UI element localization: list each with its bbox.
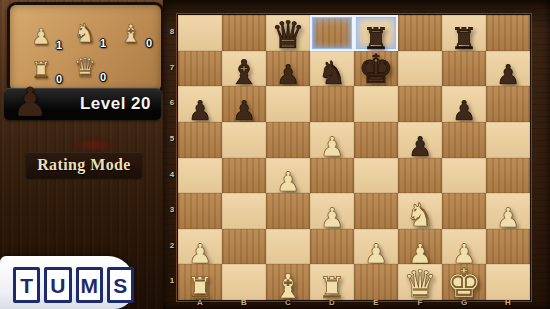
white-bishop-icon: ♝ — [120, 23, 142, 46]
square-h1[interactable] — [486, 264, 530, 300]
square-d1[interactable]: ♜ — [310, 264, 354, 300]
chess-board-frame: ♛♜♜♝♟♞♚♟♟♟♟♟♟♟♟♞♟♟♟♟♟♜♝♜♛♚ 87654321ABCDE… — [163, 0, 550, 309]
piece-white-king[interactable]: ♚ — [446, 265, 482, 302]
square-e2[interactable]: ♟ — [354, 229, 398, 265]
captured-queen-count: 0 — [100, 71, 106, 83]
square-e5[interactable] — [354, 122, 398, 158]
logo-letter-m: M — [76, 267, 103, 303]
piece-white-rook[interactable]: ♜ — [187, 274, 214, 302]
level-label: Level 20 — [80, 94, 151, 114]
piece-black-pawn[interactable]: ♟ — [496, 63, 520, 88]
square-b5[interactable] — [222, 122, 266, 158]
rank-label-2: 2 — [168, 241, 176, 250]
square-f2[interactable]: ♟ — [398, 229, 442, 265]
square-h6[interactable] — [486, 86, 530, 122]
logo-letter-s: S — [107, 267, 134, 303]
chess-app-window: ♟ 1 ♞ 1 ♝ 0 ♜ 0 ♛ 0 ♟ Level 20 — [0, 0, 550, 309]
square-b1[interactable] — [222, 264, 266, 300]
square-e6[interactable] — [354, 86, 398, 122]
square-d2[interactable] — [310, 229, 354, 265]
square-d5[interactable]: ♟ — [310, 122, 354, 158]
square-h7[interactable]: ♟ — [486, 51, 530, 87]
piece-black-pawn[interactable]: ♟ — [188, 99, 212, 124]
square-b2[interactable] — [222, 229, 266, 265]
piece-black-pawn[interactable]: ♟ — [232, 99, 256, 124]
square-f3[interactable]: ♞ — [398, 193, 442, 229]
square-e3[interactable] — [354, 193, 398, 229]
rank-label-5: 5 — [168, 134, 176, 143]
piece-white-bishop[interactable]: ♝ — [273, 271, 303, 302]
square-a4[interactable] — [178, 158, 222, 194]
square-c7[interactable]: ♟ — [266, 51, 310, 87]
piece-white-queen[interactable]: ♛ — [403, 267, 437, 302]
square-g6[interactable]: ♟ — [442, 86, 486, 122]
captured-bishop-item: ♝ 0 — [114, 11, 148, 45]
square-e7[interactable]: ♚ — [354, 51, 398, 87]
piece-white-pawn[interactable]: ♟ — [320, 206, 344, 231]
square-b8[interactable] — [222, 15, 266, 51]
piece-black-king[interactable]: ♚ — [358, 51, 394, 88]
square-c1[interactable]: ♝ — [266, 264, 310, 300]
square-a2[interactable]: ♟ — [178, 229, 222, 265]
tums-logo-letters: T U M S — [13, 267, 134, 303]
piece-white-pawn[interactable]: ♟ — [364, 242, 388, 267]
square-g1[interactable]: ♚ — [442, 264, 486, 300]
black-pawn-icon: ♟ — [12, 85, 48, 119]
piece-black-pawn[interactable]: ♟ — [276, 63, 300, 88]
square-a3[interactable] — [178, 193, 222, 229]
square-f5[interactable]: ♟ — [398, 122, 442, 158]
square-h8[interactable] — [486, 15, 530, 51]
piece-white-knight[interactable]: ♞ — [406, 201, 435, 230]
captured-rook-count: 0 — [56, 73, 62, 85]
square-a8[interactable] — [178, 15, 222, 51]
white-knight-icon: ♞ — [73, 22, 96, 45]
square-a7[interactable] — [178, 51, 222, 87]
square-h5[interactable] — [486, 122, 530, 158]
piece-black-pawn[interactable]: ♟ — [408, 135, 432, 160]
square-g4[interactable] — [442, 158, 486, 194]
square-g8[interactable]: ♜ — [442, 15, 486, 51]
square-a6[interactable]: ♟ — [178, 86, 222, 122]
rating-mode-badge: Rating Mode — [26, 152, 142, 178]
captured-queen-item: ♛ 0 — [68, 45, 102, 79]
square-b6[interactable]: ♟ — [222, 86, 266, 122]
square-d3[interactable]: ♟ — [310, 193, 354, 229]
piece-white-pawn[interactable]: ♟ — [276, 170, 300, 195]
square-c2[interactable] — [266, 229, 310, 265]
square-b7[interactable]: ♝ — [222, 51, 266, 87]
piece-black-pawn[interactable]: ♟ — [452, 99, 476, 124]
square-e4[interactable] — [354, 158, 398, 194]
captured-rook-item: ♜ 0 — [24, 47, 58, 81]
square-g2[interactable]: ♟ — [442, 229, 486, 265]
square-c5[interactable] — [266, 122, 310, 158]
white-pawn-icon: ♟ — [31, 27, 51, 47]
square-e1[interactable] — [354, 264, 398, 300]
captured-knight-item: ♞ 1 — [68, 11, 102, 45]
logo-letter-t: T — [13, 267, 40, 303]
square-b3[interactable] — [222, 193, 266, 229]
square-h2[interactable] — [486, 229, 530, 265]
piece-white-pawn[interactable]: ♟ — [452, 242, 476, 267]
piece-white-pawn[interactable]: ♟ — [408, 242, 432, 267]
square-c6[interactable] — [266, 86, 310, 122]
piece-black-bishop[interactable]: ♝ — [229, 57, 259, 88]
square-c8[interactable]: ♛ — [266, 15, 310, 51]
square-a5[interactable] — [178, 122, 222, 158]
square-c4[interactable]: ♟ — [266, 158, 310, 194]
square-d6[interactable] — [310, 86, 354, 122]
square-f6[interactable] — [398, 86, 442, 122]
square-d4[interactable] — [310, 158, 354, 194]
piece-black-knight[interactable]: ♞ — [318, 59, 347, 88]
square-a1[interactable]: ♜ — [178, 264, 222, 300]
piece-white-pawn[interactable]: ♟ — [320, 135, 344, 160]
square-e8[interactable]: ♜ — [354, 15, 398, 51]
square-f1[interactable]: ♛ — [398, 264, 442, 300]
level-bar: ♟ Level 20 — [4, 88, 161, 120]
square-f7[interactable] — [398, 51, 442, 87]
sidebar: ♟ 1 ♞ 1 ♝ 0 ♜ 0 ♛ 0 ♟ Level 20 — [0, 0, 165, 309]
square-d8[interactable] — [310, 15, 354, 51]
white-rook-icon: ♜ — [31, 60, 52, 81]
square-h3[interactable]: ♟ — [486, 193, 530, 229]
rating-mode-label: Rating Mode — [37, 156, 131, 174]
chess-board: ♛♜♜♝♟♞♚♟♟♟♟♟♟♟♟♞♟♟♟♟♟♜♝♜♛♚ — [178, 15, 530, 300]
piece-white-rook[interactable]: ♜ — [319, 274, 346, 302]
rank-label-3: 3 — [168, 205, 176, 214]
square-f8[interactable] — [398, 15, 442, 51]
captured-pawn-item: ♟ 1 — [24, 13, 58, 47]
piece-white-pawn[interactable]: ♟ — [188, 242, 212, 267]
square-g5[interactable] — [442, 122, 486, 158]
piece-black-queen[interactable]: ♛ — [271, 18, 305, 53]
square-h4[interactable] — [486, 158, 530, 194]
logo-letter-u: U — [44, 267, 71, 303]
square-f4[interactable] — [398, 158, 442, 194]
rank-label-4: 4 — [168, 170, 176, 179]
piece-black-rook[interactable]: ♜ — [363, 25, 390, 53]
square-g7[interactable] — [442, 51, 486, 87]
square-c3[interactable] — [266, 193, 310, 229]
square-b4[interactable] — [222, 158, 266, 194]
piece-black-rook[interactable]: ♜ — [451, 25, 478, 53]
square-g3[interactable] — [442, 193, 486, 229]
rank-label-1: 1 — [168, 276, 176, 285]
piece-white-pawn[interactable]: ♟ — [496, 206, 520, 231]
white-queen-icon: ♛ — [73, 56, 96, 79]
rank-label-6: 6 — [168, 98, 176, 107]
wood-texture-mark — [70, 138, 118, 152]
captured-bishop-count: 0 — [146, 37, 152, 49]
square-d7[interactable]: ♞ — [310, 51, 354, 87]
tums-logo: T U M S — [0, 256, 134, 309]
rank-label-8: 8 — [168, 27, 176, 36]
rank-label-7: 7 — [168, 63, 176, 72]
